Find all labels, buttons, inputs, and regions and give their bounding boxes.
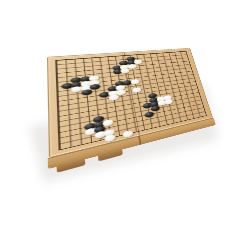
hoshi-point <box>176 83 178 84</box>
white-stone: ● <box>127 64 136 69</box>
white-stone: ● <box>131 87 141 93</box>
white-stone: ● <box>120 68 130 73</box>
hoshi-point <box>140 115 142 117</box>
black-stone: ● <box>151 105 161 112</box>
black-stone: ● <box>144 111 154 118</box>
hoshi-point <box>83 70 85 71</box>
white-stone: ● <box>164 99 173 105</box>
white-stone: ● <box>102 119 113 127</box>
white-stone: ● <box>108 94 119 101</box>
white-stone: ● <box>130 79 140 85</box>
product-photo-stage: ●●●●●●●●●●●●●●●●●●●●●●●●●●●●●●●●●●●●●●●●… <box>0 0 230 230</box>
hoshi-point <box>86 96 88 98</box>
hoshi-point <box>170 62 172 63</box>
black-stone: ● <box>81 89 92 96</box>
hoshi-point <box>183 107 185 108</box>
side-fold-seam <box>139 136 142 145</box>
